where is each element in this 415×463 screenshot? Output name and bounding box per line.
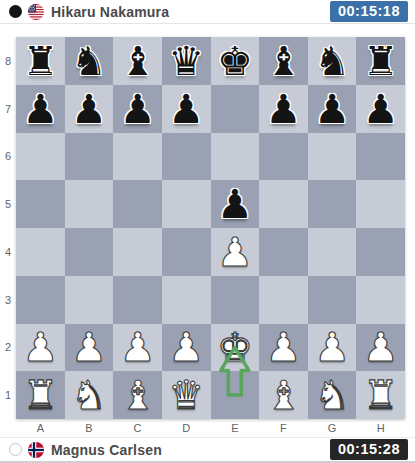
white-pawn-g2: ♟ <box>308 324 357 372</box>
black-rook-h8: ♜ <box>356 37 405 85</box>
black-side-disc-icon <box>9 5 22 18</box>
square-h4[interactable] <box>356 228 405 276</box>
square-d1[interactable]: ♛ <box>162 371 211 419</box>
white-rook-h1: ♜ <box>356 371 405 419</box>
square-h6[interactable] <box>356 133 405 181</box>
black-queen-d8: ♛ <box>162 37 211 85</box>
square-a8[interactable]: ♜ <box>16 37 65 85</box>
square-g2[interactable]: ♟ <box>308 324 357 372</box>
black-knight-b8: ♞ <box>65 37 114 85</box>
square-d6[interactable] <box>162 133 211 181</box>
square-b5[interactable] <box>65 180 114 228</box>
bottom-player-clock: 00:15:28 <box>330 439 408 460</box>
black-rook-a8: ♜ <box>16 37 65 85</box>
square-e6[interactable] <box>211 133 260 181</box>
square-e8[interactable]: ♚ <box>211 37 260 85</box>
square-d5[interactable] <box>162 180 211 228</box>
player-bar-top: Hikaru Nakamura 00:15:18 <box>0 0 415 24</box>
square-a6[interactable] <box>16 133 65 181</box>
white-rook-a1: ♜ <box>16 371 65 419</box>
square-b3[interactable] <box>65 276 114 324</box>
file-label-c: C <box>113 419 162 437</box>
white-side-disc-icon <box>9 443 22 456</box>
square-d3[interactable] <box>162 276 211 324</box>
white-king-e2: ♚ <box>211 324 260 372</box>
rank-labels: 87654321 <box>0 37 16 419</box>
rank-label-5: 5 <box>0 180 16 228</box>
rank-label-8: 8 <box>0 37 16 85</box>
square-g3[interactable] <box>308 276 357 324</box>
black-pawn-d7: ♟ <box>162 85 211 133</box>
rank-label-3: 3 <box>0 276 16 324</box>
black-pawn-b7: ♟ <box>65 85 114 133</box>
top-player-clock: 00:15:18 <box>330 1 408 22</box>
black-pawn-g7: ♟ <box>308 85 357 133</box>
square-g6[interactable] <box>308 133 357 181</box>
white-bishop-f1: ♝ <box>259 371 308 419</box>
square-f1[interactable]: ♝ <box>259 371 308 419</box>
square-f4[interactable] <box>259 228 308 276</box>
white-pawn-e4: ♟ <box>211 228 260 276</box>
square-b4[interactable] <box>65 228 114 276</box>
white-pawn-f2: ♟ <box>259 324 308 372</box>
black-bishop-c8: ♝ <box>113 37 162 85</box>
black-king-e8: ♚ <box>211 37 260 85</box>
square-c5[interactable] <box>113 180 162 228</box>
square-d4[interactable] <box>162 228 211 276</box>
square-a2[interactable]: ♟ <box>16 324 65 372</box>
bottom-player-name: Magnus Carlsen <box>51 442 162 458</box>
us-flag-icon <box>28 4 44 20</box>
white-bishop-c1: ♝ <box>113 371 162 419</box>
square-c2[interactable]: ♟ <box>113 324 162 372</box>
square-d7[interactable]: ♟ <box>162 85 211 133</box>
white-pawn-d2: ♟ <box>162 324 211 372</box>
square-a3[interactable] <box>16 276 65 324</box>
file-labels: ABCDEFGH <box>16 419 405 437</box>
rank-label-7: 7 <box>0 85 16 133</box>
square-f2[interactable]: ♟ <box>259 324 308 372</box>
square-g1[interactable]: ♞ <box>308 371 357 419</box>
file-label-d: D <box>162 419 211 437</box>
square-c8[interactable]: ♝ <box>113 37 162 85</box>
square-e7[interactable] <box>211 85 260 133</box>
square-d2[interactable]: ♟ <box>162 324 211 372</box>
square-g8[interactable]: ♞ <box>308 37 357 85</box>
black-knight-g8: ♞ <box>308 37 357 85</box>
file-label-a: A <box>16 419 65 437</box>
square-a4[interactable] <box>16 228 65 276</box>
square-e1[interactable] <box>211 371 260 419</box>
square-a1[interactable]: ♜ <box>16 371 65 419</box>
white-pawn-c2: ♟ <box>113 324 162 372</box>
square-h1[interactable]: ♜ <box>356 371 405 419</box>
square-b7[interactable]: ♟ <box>65 85 114 133</box>
rank-label-1: 1 <box>0 371 16 419</box>
file-label-h: H <box>356 419 405 437</box>
black-pawn-f7: ♟ <box>259 85 308 133</box>
square-e3[interactable] <box>211 276 260 324</box>
square-b6[interactable] <box>65 133 114 181</box>
square-c7[interactable]: ♟ <box>113 85 162 133</box>
black-pawn-c7: ♟ <box>113 85 162 133</box>
square-c1[interactable]: ♝ <box>113 371 162 419</box>
file-label-f: F <box>259 419 308 437</box>
norway-flag-icon <box>28 442 44 458</box>
white-pawn-b2: ♟ <box>65 324 114 372</box>
square-b2[interactable]: ♟ <box>65 324 114 372</box>
white-knight-b1: ♞ <box>65 371 114 419</box>
file-label-g: G <box>308 419 357 437</box>
rank-label-2: 2 <box>0 324 16 372</box>
square-f6[interactable] <box>259 133 308 181</box>
chess-game-window: Hikaru Nakamura 00:15:18 87654321 ♜♞♝♛♚♝… <box>0 0 415 463</box>
black-bishop-f8: ♝ <box>259 37 308 85</box>
square-f5[interactable] <box>259 180 308 228</box>
rank-label-6: 6 <box>0 133 16 181</box>
square-f3[interactable] <box>259 276 308 324</box>
black-pawn-h7: ♟ <box>356 85 405 133</box>
square-h8[interactable]: ♜ <box>356 37 405 85</box>
square-h3[interactable] <box>356 276 405 324</box>
square-f8[interactable]: ♝ <box>259 37 308 85</box>
square-a5[interactable] <box>16 180 65 228</box>
top-player-name: Hikaru Nakamura <box>51 4 169 20</box>
square-h2[interactable]: ♟ <box>356 324 405 372</box>
square-c3[interactable] <box>113 276 162 324</box>
square-d8[interactable]: ♛ <box>162 37 211 85</box>
file-label-e: E <box>211 419 260 437</box>
file-label-b: B <box>65 419 114 437</box>
square-h7[interactable]: ♟ <box>356 85 405 133</box>
square-e5[interactable]: ♟ <box>211 180 260 228</box>
white-pawn-a2: ♟ <box>16 324 65 372</box>
square-a7[interactable]: ♟ <box>16 85 65 133</box>
black-pawn-e5: ♟ <box>211 180 260 228</box>
player-bar-bottom: Magnus Carlsen 00:15:28 <box>0 437 415 463</box>
square-g4[interactable] <box>308 228 357 276</box>
square-b8[interactable]: ♞ <box>65 37 114 85</box>
square-e4[interactable]: ♟ <box>211 228 260 276</box>
square-e2[interactable]: ♚ <box>211 324 260 372</box>
square-c6[interactable] <box>113 133 162 181</box>
white-pawn-h2: ♟ <box>356 324 405 372</box>
square-c4[interactable] <box>113 228 162 276</box>
white-queen-d1: ♛ <box>162 371 211 419</box>
rank-label-4: 4 <box>0 228 16 276</box>
black-pawn-a7: ♟ <box>16 85 65 133</box>
white-knight-g1: ♞ <box>308 371 357 419</box>
square-g7[interactable]: ♟ <box>308 85 357 133</box>
square-f7[interactable]: ♟ <box>259 85 308 133</box>
square-h5[interactable] <box>356 180 405 228</box>
square-g5[interactable] <box>308 180 357 228</box>
square-b1[interactable]: ♞ <box>65 371 114 419</box>
board: ♜♞♝♛♚♝♞♜♟♟♟♟♟♟♟♟♟♟♟♟♟♚♟♟♟♜♞♝♛♝♞♜ <box>16 37 405 419</box>
